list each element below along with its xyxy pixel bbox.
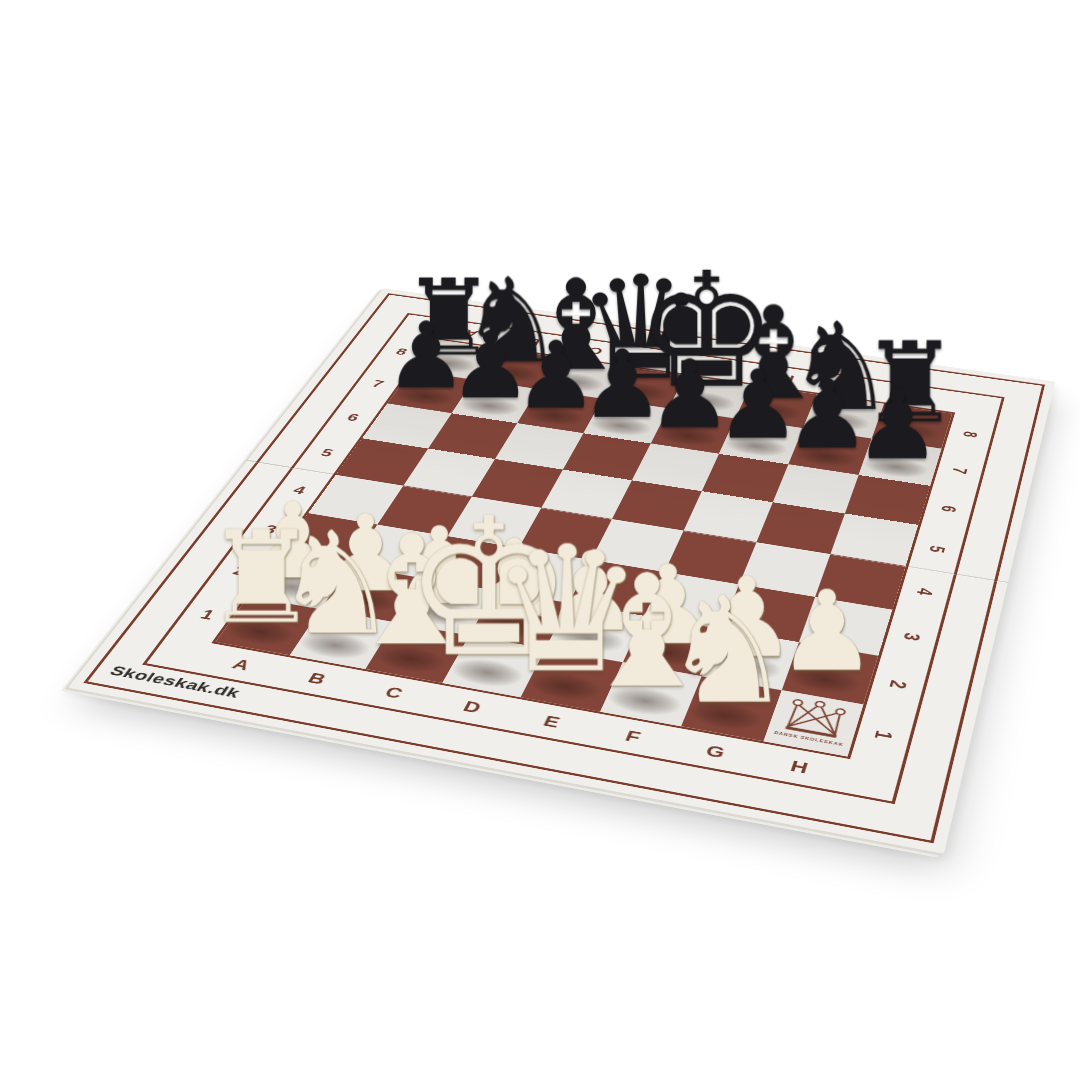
- board-brand-text: Skoleskak.dk: [106, 663, 244, 701]
- piece-white-knight[interactable]: ♞: [614, 584, 841, 720]
- piece-black-pawn[interactable]: ♟: [801, 381, 994, 470]
- board-grid: ♜♞♝♛♚♝♞♜♟♟♟♟♟♟♟♟♟♟♟♟♟♟♟♟♜♞♝♚♛♝♞ DANSK SK…: [216, 339, 953, 756]
- product-photo-scene: ♜♞♝♛♚♝♞♜♟♟♟♟♟♟♟♟♟♟♟♟♟♟♟♟♜♞♝♚♛♝♞ DANSK SK…: [0, 0, 1080, 1080]
- chess-board-mat: ♜♞♝♛♚♝♞♜♟♟♟♟♟♟♟♟♟♟♟♟♟♟♟♟♜♞♝♚♛♝♞ DANSK SK…: [68, 288, 1055, 854]
